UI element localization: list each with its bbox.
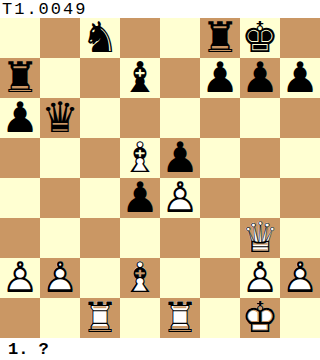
white-pawn-glyph: ♙: [281, 257, 319, 299]
white-king: ♚♔: [240, 298, 280, 338]
white-pawn-fill: ♟: [1, 257, 39, 299]
white-rook-fill: ♜: [81, 297, 119, 339]
black-pawn: ♟: [240, 58, 280, 98]
square-a7[interactable]: ♜: [0, 58, 40, 98]
white-king-fill: ♚: [241, 297, 279, 339]
black-rook-glyph: ♜: [201, 17, 239, 59]
puzzle-id: T1.0049: [0, 0, 320, 18]
square-h6[interactable]: [280, 98, 320, 138]
white-bishop-glyph: ♗: [121, 137, 159, 179]
square-b8[interactable]: [40, 18, 80, 58]
white-pawn-fill: ♟: [161, 177, 199, 219]
black-pawn-glyph: ♟: [161, 137, 199, 179]
white-bishop-fill: ♝: [121, 257, 159, 299]
square-d1[interactable]: [120, 298, 160, 338]
square-c6[interactable]: [80, 98, 120, 138]
black-knight: ♞: [80, 18, 120, 58]
square-d7[interactable]: ♝: [120, 58, 160, 98]
square-b1[interactable]: [40, 298, 80, 338]
black-king: ♚: [240, 18, 280, 58]
white-pawn-glyph: ♙: [1, 257, 39, 299]
square-g5[interactable]: [240, 138, 280, 178]
square-d5[interactable]: ♝♗: [120, 138, 160, 178]
square-c3[interactable]: [80, 218, 120, 258]
square-f2[interactable]: [200, 258, 240, 298]
black-knight-glyph: ♞: [81, 17, 119, 59]
white-rook-glyph: ♖: [81, 297, 119, 339]
square-f1[interactable]: [200, 298, 240, 338]
chess-board: ♞♜♚♜♝♟♟♟♟♛♝♗♟♟♟♙♛♕♟♙♟♙♝♗♟♙♟♙♜♖♜♖♚♔: [0, 18, 320, 338]
square-d6[interactable]: [120, 98, 160, 138]
white-rook-glyph: ♖: [161, 297, 199, 339]
square-b6[interactable]: ♛: [40, 98, 80, 138]
square-a2[interactable]: ♟♙: [0, 258, 40, 298]
square-b3[interactable]: [40, 218, 80, 258]
square-f4[interactable]: [200, 178, 240, 218]
square-g6[interactable]: [240, 98, 280, 138]
white-bishop: ♝♗: [120, 138, 160, 178]
square-a6[interactable]: ♟: [0, 98, 40, 138]
square-e1[interactable]: ♜♖: [160, 298, 200, 338]
black-rook: ♜: [200, 18, 240, 58]
square-g8[interactable]: ♚: [240, 18, 280, 58]
square-g7[interactable]: ♟: [240, 58, 280, 98]
white-pawn-fill: ♟: [41, 257, 79, 299]
white-bishop-glyph: ♗: [121, 257, 159, 299]
black-rook-glyph: ♜: [1, 57, 39, 99]
square-f8[interactable]: ♜: [200, 18, 240, 58]
square-d2[interactable]: ♝♗: [120, 258, 160, 298]
black-king-glyph: ♚: [241, 17, 279, 59]
square-e6[interactable]: [160, 98, 200, 138]
black-bishop-glyph: ♝: [121, 57, 159, 99]
white-pawn-glyph: ♙: [241, 257, 279, 299]
square-a8[interactable]: [0, 18, 40, 58]
black-pawn: ♟: [280, 58, 320, 98]
square-h1[interactable]: [280, 298, 320, 338]
square-c1[interactable]: ♜♖: [80, 298, 120, 338]
move-prompt-label: 1. ?: [8, 340, 49, 359]
white-rook-fill: ♜: [161, 297, 199, 339]
square-d4[interactable]: ♟: [120, 178, 160, 218]
white-queen-glyph: ♕: [241, 217, 279, 259]
white-queen: ♛♕: [240, 218, 280, 258]
square-e2[interactable]: [160, 258, 200, 298]
white-rook: ♜♖: [80, 298, 120, 338]
white-bishop-fill: ♝: [121, 137, 159, 179]
square-c8[interactable]: ♞: [80, 18, 120, 58]
white-king-glyph: ♔: [241, 297, 279, 339]
black-pawn: ♟: [120, 178, 160, 218]
square-d8[interactable]: [120, 18, 160, 58]
black-pawn-glyph: ♟: [1, 97, 39, 139]
square-g3[interactable]: ♛♕: [240, 218, 280, 258]
black-queen: ♛: [40, 98, 80, 138]
white-pawn-glyph: ♙: [41, 257, 79, 299]
square-f3[interactable]: [200, 218, 240, 258]
square-e5[interactable]: ♟: [160, 138, 200, 178]
white-rook: ♜♖: [160, 298, 200, 338]
black-rook: ♜: [0, 58, 40, 98]
white-pawn-glyph: ♙: [161, 177, 199, 219]
square-h2[interactable]: ♟♙: [280, 258, 320, 298]
black-queen-glyph: ♛: [41, 97, 79, 139]
square-g2[interactable]: ♟♙: [240, 258, 280, 298]
square-c2[interactable]: [80, 258, 120, 298]
white-pawn: ♟♙: [160, 178, 200, 218]
square-f6[interactable]: [200, 98, 240, 138]
white-pawn: ♟♙: [40, 258, 80, 298]
square-a4[interactable]: [0, 178, 40, 218]
chess-puzzle-window: T1.0049 ♞♜♚♜♝♟♟♟♟♛♝♗♟♟♟♙♛♕♟♙♟♙♝♗♟♙♟♙♜♖♜♖…: [0, 0, 320, 360]
square-f7[interactable]: ♟: [200, 58, 240, 98]
square-b7[interactable]: [40, 58, 80, 98]
black-pawn-glyph: ♟: [281, 57, 319, 99]
white-bishop: ♝♗: [120, 258, 160, 298]
black-bishop: ♝: [120, 58, 160, 98]
square-b2[interactable]: ♟♙: [40, 258, 80, 298]
square-h3[interactable]: [280, 218, 320, 258]
square-h8[interactable]: [280, 18, 320, 58]
square-e3[interactable]: [160, 218, 200, 258]
move-prompt: 1. ?: [0, 338, 320, 360]
square-e8[interactable]: [160, 18, 200, 58]
square-e4[interactable]: ♟♙: [160, 178, 200, 218]
white-pawn-fill: ♟: [241, 257, 279, 299]
black-pawn: ♟: [200, 58, 240, 98]
square-d3[interactable]: [120, 218, 160, 258]
square-e7[interactable]: [160, 58, 200, 98]
square-g1[interactable]: ♚♔: [240, 298, 280, 338]
square-a5[interactable]: [0, 138, 40, 178]
square-f5[interactable]: [200, 138, 240, 178]
black-pawn: ♟: [0, 98, 40, 138]
square-a3[interactable]: [0, 218, 40, 258]
square-g4[interactable]: [240, 178, 280, 218]
square-a1[interactable]: [0, 298, 40, 338]
square-h7[interactable]: ♟: [280, 58, 320, 98]
black-pawn-glyph: ♟: [121, 177, 159, 219]
square-b5[interactable]: [40, 138, 80, 178]
white-pawn-fill: ♟: [281, 257, 319, 299]
black-pawn-glyph: ♟: [241, 57, 279, 99]
square-c4[interactable]: [80, 178, 120, 218]
square-h4[interactable]: [280, 178, 320, 218]
square-h5[interactable]: [280, 138, 320, 178]
white-pawn: ♟♙: [240, 258, 280, 298]
square-c7[interactable]: [80, 58, 120, 98]
black-pawn: ♟: [160, 138, 200, 178]
white-pawn: ♟♙: [280, 258, 320, 298]
square-c5[interactable]: [80, 138, 120, 178]
puzzle-id-label: T1.0049: [2, 0, 87, 19]
white-queen-fill: ♛: [241, 217, 279, 259]
square-b4[interactable]: [40, 178, 80, 218]
black-pawn-glyph: ♟: [201, 57, 239, 99]
white-pawn: ♟♙: [0, 258, 40, 298]
